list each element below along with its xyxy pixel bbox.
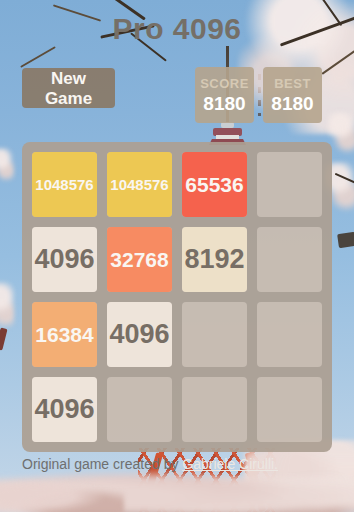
tile-65536: 65536 — [182, 152, 247, 217]
creator-link[interactable]: Gabriele Cirulli. — [182, 456, 278, 472]
cell-tile-8192: 8192 — [182, 227, 247, 292]
cell-empty — [257, 152, 322, 217]
tile-32768: 32768 — [107, 227, 172, 292]
lamp-post — [337, 232, 354, 248]
page-title: Pro 4096 — [0, 12, 354, 46]
cell-empty — [257, 227, 322, 292]
cell-empty — [182, 302, 247, 367]
cherry-blossom-sprig-left — [0, 282, 14, 330]
tile-4096: 4096 — [32, 227, 97, 292]
cell-tile-1048576: 1048576 — [107, 152, 172, 217]
red-twig — [0, 327, 8, 350]
new-game-button[interactable]: New Game — [22, 68, 115, 108]
cell-tile-65536: 65536 — [182, 152, 247, 217]
tile-4096: 4096 — [107, 302, 172, 367]
blossom-trees-bottom-left — [0, 482, 124, 512]
cell-empty — [257, 377, 322, 442]
cell-empty — [107, 377, 172, 442]
cell-tile-4096: 4096 — [32, 377, 97, 442]
cell-tile-4096: 4096 — [32, 227, 97, 292]
tile-8192: 8192 — [182, 227, 247, 292]
cell-empty — [182, 377, 247, 442]
footer-text: Original game created by — [22, 456, 182, 472]
tile-4096: 4096 — [32, 377, 97, 442]
tile-16384: 16384 — [32, 302, 97, 367]
tile-1048576: 1048576 — [107, 152, 172, 217]
cell-tile-16384: 16384 — [32, 302, 97, 367]
footer-credit: Original game created by Gabriele Cirull… — [22, 456, 342, 472]
score-box: SCORE 8180 — [195, 67, 254, 123]
cherry-blossom-sprig-left — [0, 148, 14, 182]
cell-tile-1048576: 1048576 — [32, 152, 97, 217]
score-value: 8180 — [203, 93, 245, 115]
score-label: SCORE — [200, 76, 249, 91]
cell-empty — [257, 302, 322, 367]
tile-1048576: 1048576 — [32, 152, 97, 217]
best-value: 8180 — [271, 93, 313, 115]
cell-tile-32768: 32768 — [107, 227, 172, 292]
game-board[interactable]: 1048576104857665536409632768819216384409… — [22, 142, 332, 452]
cell-tile-4096: 4096 — [107, 302, 172, 367]
app-window: Pro 4096 New Game SCORE 8180 BEST 8180 1… — [0, 0, 354, 512]
best-box: BEST 8180 — [263, 67, 322, 123]
best-label: BEST — [274, 76, 311, 91]
